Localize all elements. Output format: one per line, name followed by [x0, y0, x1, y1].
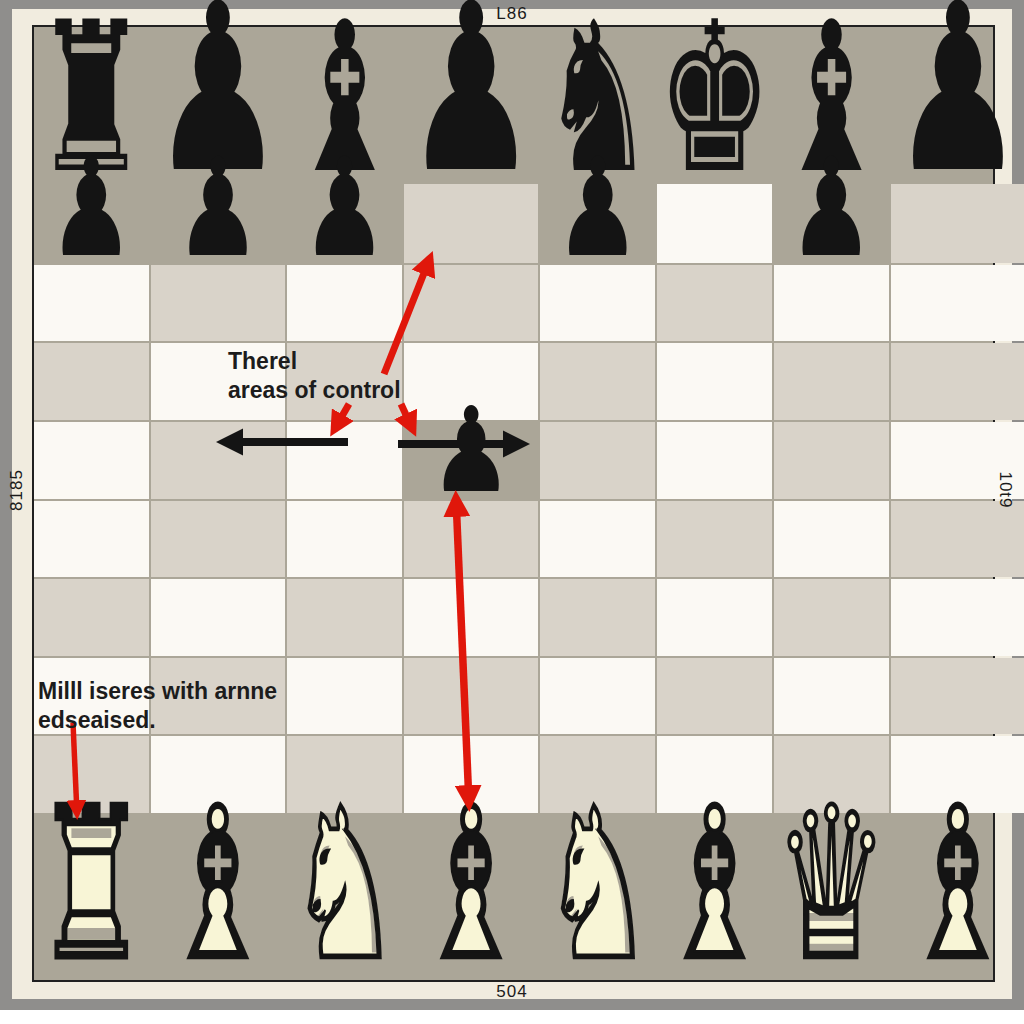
square-r1c9 [657, 265, 772, 342]
square-r5c9 [774, 579, 889, 656]
annotation-line: edseaised. [38, 706, 277, 735]
square-r6c9 [774, 658, 889, 735]
square-r3c6 [287, 422, 402, 499]
square-r3c5 [151, 422, 285, 499]
square-r3c1 [891, 343, 1024, 420]
black-pawn: ♟ [774, 184, 889, 263]
white-queen: ♛♕ [774, 815, 889, 970]
board: ♜♟♝♟♞♚♝♟♝♜♟♟♟♟♟♟♟♟♜♖♝♗♞♘♝♗♞♘♝♗♛♕♝♗♞♘♜♖ [32, 25, 995, 982]
white-bishop: ♝♗ [151, 815, 285, 970]
square-r4c5 [287, 501, 402, 578]
black-bishop: ♝ [774, 27, 889, 182]
square-r1c1 [404, 184, 538, 263]
square-r7c10 [891, 736, 1024, 813]
square-r1c2 [657, 184, 772, 263]
areas-of-control-annotation: Therel areas of control [228, 347, 401, 405]
square-r7c6 [404, 736, 538, 813]
square-r4c6 [404, 501, 538, 578]
frame-label-bottom: 504 [462, 982, 562, 1002]
square-r1c5 [151, 265, 285, 342]
square-r5c8 [657, 579, 772, 656]
square-r2c8 [540, 343, 655, 420]
square-r2c10 [774, 343, 889, 420]
square-r5c4 [151, 579, 285, 656]
square-r2c1 [891, 265, 1024, 342]
square-r7c5 [287, 736, 402, 813]
square-r1c7 [404, 265, 538, 342]
square-r6c8 [657, 658, 772, 735]
square-r2c7 [404, 343, 538, 420]
square-r7c4 [151, 736, 285, 813]
square-r7c9 [774, 736, 889, 813]
square-r3c8 [657, 422, 772, 499]
square-r6c6 [404, 658, 538, 735]
square-r4c4 [151, 501, 285, 578]
square-r1c4 [34, 265, 149, 342]
square-r3c4 [34, 422, 149, 499]
black-king: ♚ [657, 27, 772, 182]
black-pawn: ♟ [404, 27, 538, 182]
white-knight: ♞♘ [287, 815, 402, 970]
square-r3c7 [540, 422, 655, 499]
black-pawn: ♟ [287, 184, 402, 263]
frame-label-left: 8185 [7, 450, 27, 530]
square-r1c6 [287, 265, 402, 342]
annotation-line: Milll iseres with arnne [38, 677, 277, 706]
white-rook: ♜♖ [34, 815, 149, 970]
square-r2c4 [34, 343, 149, 420]
square-r5c3 [34, 579, 149, 656]
frame-label-top: L86 [462, 4, 562, 24]
square-r2c9 [657, 343, 772, 420]
square-r1c8 [540, 265, 655, 342]
white-bishop: ♝♗ [657, 815, 772, 970]
black-bishop: ♝ [287, 27, 402, 182]
white-knight: ♞♘ [540, 815, 655, 970]
black-rook: ♜ [34, 27, 149, 182]
square-r7c8 [657, 736, 772, 813]
square-r4c7 [540, 501, 655, 578]
square-r6c10 [891, 658, 1024, 735]
annotation-line: areas of control [228, 376, 401, 405]
square-r7c7 [540, 736, 655, 813]
black-pawn: ♟ [151, 184, 285, 263]
square-r5c6 [404, 579, 538, 656]
square-r1c10 [774, 265, 889, 342]
square-r5c5 [287, 579, 402, 656]
black-pawn: ♟ [34, 184, 149, 263]
square-r6c7 [540, 658, 655, 735]
white-bishop: ♝♗ [404, 815, 538, 970]
square-r7c3 [34, 736, 149, 813]
frame-label-right: 10t9 [995, 450, 1015, 530]
square-r5c10 [891, 579, 1024, 656]
left-annotation: Milll iseres with arnne edseaised. [38, 677, 277, 735]
black-pawn: ♟ [540, 184, 655, 263]
square-r4c9 [774, 501, 889, 578]
square-r4c8 [657, 501, 772, 578]
square-r6c5 [287, 658, 402, 735]
square-r5c7 [540, 579, 655, 656]
square-r4c3 [34, 501, 149, 578]
annotation-line: Therel [228, 347, 401, 376]
black-pawn: ♟ [151, 27, 285, 182]
black-pawn: ♟ [404, 422, 538, 499]
black-knight: ♞ [540, 27, 655, 182]
square-r1c3 [891, 184, 1024, 263]
chess-diagram: ♜♟♝♟♞♚♝♟♝♜♟♟♟♟♟♟♟♟♜♖♝♗♞♘♝♗♞♘♝♗♛♕♝♗♞♘♜♖ L… [0, 0, 1024, 1024]
square-r3c9 [774, 422, 889, 499]
